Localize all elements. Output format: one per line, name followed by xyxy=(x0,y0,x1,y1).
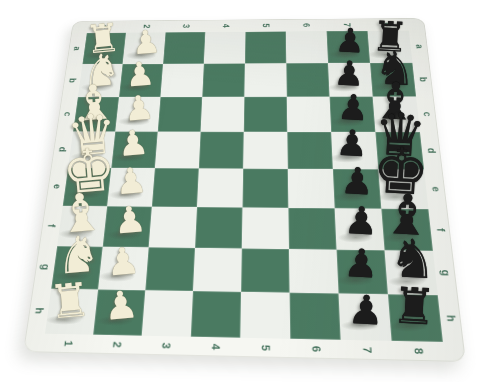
square-b7 xyxy=(328,63,373,97)
square-d8 xyxy=(375,132,424,170)
file-label-left-d: d xyxy=(57,147,68,152)
file-label-left-f: f xyxy=(46,224,57,227)
square-g5 xyxy=(241,248,290,292)
chess-set-product-photo: 1122334455667788aabbccddeeffgghh ♜♞♝♛♚♝♞… xyxy=(0,0,500,382)
square-a6 xyxy=(286,31,328,63)
rank-label-top-7: 7 xyxy=(342,23,352,27)
square-d5 xyxy=(243,132,288,169)
square-e4 xyxy=(197,168,243,207)
chess-board-mat: 1122334455667788aabbccddeeffgghh xyxy=(23,18,466,362)
square-a4 xyxy=(204,32,246,64)
square-h1 xyxy=(45,289,98,335)
square-c6 xyxy=(287,97,331,132)
rank-label-top-2: 2 xyxy=(142,24,151,28)
rank-label-bottom-4: 4 xyxy=(209,344,221,350)
rank-label-bottom-5: 5 xyxy=(259,345,271,351)
square-d1 xyxy=(68,131,115,167)
square-a7 xyxy=(327,31,370,63)
file-label-left-c: c xyxy=(62,112,72,116)
square-e2 xyxy=(107,168,155,207)
rank-label-bottom-7: 7 xyxy=(361,347,373,353)
rank-label-bottom-2: 2 xyxy=(111,341,123,347)
square-e3 xyxy=(152,168,199,207)
file-label-right-b: b xyxy=(418,77,428,82)
square-b2 xyxy=(119,64,163,97)
square-b6 xyxy=(286,63,329,97)
square-f3 xyxy=(149,207,197,248)
rank-label-bottom-6: 6 xyxy=(310,346,322,352)
file-label-right-h: h xyxy=(444,315,456,322)
file-label-right-c: c xyxy=(422,112,433,117)
square-a2 xyxy=(123,32,166,64)
file-label-left-h: h xyxy=(33,307,45,314)
square-b4 xyxy=(202,63,245,96)
square-g2 xyxy=(98,247,149,291)
rank-label-top-8: 8 xyxy=(383,22,393,26)
square-c3 xyxy=(158,97,203,132)
square-h2 xyxy=(93,289,145,335)
square-d7 xyxy=(331,132,378,169)
rank-label-top-3: 3 xyxy=(181,24,190,28)
square-h6 xyxy=(290,293,341,340)
square-b3 xyxy=(160,64,203,97)
square-c7 xyxy=(330,97,376,132)
square-g8 xyxy=(385,250,438,295)
square-b5 xyxy=(244,63,286,96)
square-h8 xyxy=(388,294,443,342)
square-d6 xyxy=(287,132,333,169)
square-c5 xyxy=(244,97,288,132)
square-e6 xyxy=(288,169,335,208)
square-f1 xyxy=(57,206,107,247)
square-c1 xyxy=(73,97,119,132)
rank-label-top-1: 1 xyxy=(102,25,111,29)
square-b1 xyxy=(78,64,123,97)
rank-label-top-6: 6 xyxy=(301,23,310,27)
file-label-left-a: a xyxy=(72,46,82,50)
square-h3 xyxy=(142,290,193,336)
rank-label-top-5: 5 xyxy=(261,23,270,27)
square-e7 xyxy=(333,169,381,209)
square-b8 xyxy=(370,63,416,97)
file-label-left-e: e xyxy=(51,184,62,189)
square-f4 xyxy=(195,207,242,248)
square-f7 xyxy=(335,208,385,250)
file-label-right-g: g xyxy=(439,270,451,276)
square-a8 xyxy=(368,31,413,63)
square-c8 xyxy=(373,97,420,133)
square-h5 xyxy=(240,292,290,339)
square-d4 xyxy=(199,132,244,169)
square-d2 xyxy=(111,132,157,169)
square-g3 xyxy=(145,247,195,291)
square-e1 xyxy=(63,168,112,207)
square-d3 xyxy=(155,132,201,169)
square-c2 xyxy=(115,97,160,132)
square-c4 xyxy=(201,97,245,132)
rank-label-top-4: 4 xyxy=(221,24,230,28)
square-f6 xyxy=(288,208,336,250)
file-label-left-g: g xyxy=(39,264,50,270)
square-f5 xyxy=(242,207,289,249)
square-f8 xyxy=(381,209,433,251)
square-h7 xyxy=(339,293,392,340)
square-g7 xyxy=(337,250,388,295)
file-label-right-f: f xyxy=(435,228,446,231)
square-a1 xyxy=(82,33,126,65)
square-a3 xyxy=(163,32,205,64)
square-g1 xyxy=(51,246,102,289)
file-label-right-d: d xyxy=(426,148,437,153)
rank-label-bottom-3: 3 xyxy=(160,342,172,348)
square-a5 xyxy=(245,31,286,63)
square-g4 xyxy=(193,248,242,292)
rank-label-bottom-1: 1 xyxy=(62,340,74,346)
file-label-left-b: b xyxy=(67,78,77,83)
square-g6 xyxy=(289,249,339,293)
rank-label-bottom-8: 8 xyxy=(412,348,424,355)
square-f2 xyxy=(103,206,152,247)
square-e8 xyxy=(378,169,428,209)
file-label-right-e: e xyxy=(430,187,441,192)
file-label-right-a: a xyxy=(414,44,424,48)
square-h4 xyxy=(191,291,241,338)
square-e5 xyxy=(242,169,288,208)
